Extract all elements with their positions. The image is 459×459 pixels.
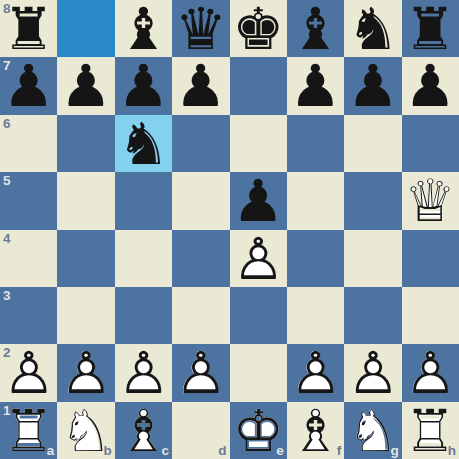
white-pawn-outline-glyph: ♙ <box>232 230 284 287</box>
square-b7[interactable]: ♟ <box>57 57 114 114</box>
square-d8[interactable]: ♛ <box>172 0 229 57</box>
square-f2[interactable]: ♟♙ <box>287 344 344 401</box>
white-pawn-outline-glyph: ♙ <box>60 344 112 401</box>
square-f8[interactable]: ♝ <box>287 0 344 57</box>
black-pawn-fill-glyph: ♟ <box>347 57 399 114</box>
piece-white-pawn[interactable]: ♟♙ <box>57 344 114 401</box>
black-bishop-fill-glyph: ♝ <box>290 0 342 57</box>
white-pawn-outline-glyph: ♙ <box>290 344 342 401</box>
square-e2[interactable] <box>230 344 287 401</box>
square-f1[interactable]: f♝♗ <box>287 402 344 459</box>
piece-black-rook[interactable]: ♜ <box>402 0 459 57</box>
chess-board: 8♜♝♛♚♝♞♜7♟♟♟♟♟♟♟6♞5♟♛♕4♟♙32♟♙♟♙♟♙♟♙♟♙♟♙♟… <box>0 0 459 459</box>
white-pawn-outline-glyph: ♙ <box>175 344 227 401</box>
square-f4[interactable] <box>287 230 344 287</box>
piece-white-knight[interactable]: ♞♘ <box>344 402 401 459</box>
rank-label-4: 4 <box>3 232 11 246</box>
piece-white-pawn[interactable]: ♟♙ <box>172 344 229 401</box>
square-d4[interactable] <box>172 230 229 287</box>
square-h6[interactable] <box>402 115 459 172</box>
square-g8[interactable]: ♞ <box>344 0 401 57</box>
white-pawn-outline-glyph: ♙ <box>117 344 169 401</box>
square-b5[interactable] <box>57 172 114 229</box>
square-e4[interactable]: ♟♙ <box>230 230 287 287</box>
black-queen-fill-glyph: ♛ <box>175 0 227 57</box>
piece-white-pawn[interactable]: ♟♙ <box>344 344 401 401</box>
file-label-d: d <box>218 444 226 458</box>
square-g6[interactable] <box>344 115 401 172</box>
square-a4[interactable]: 4 <box>0 230 57 287</box>
piece-white-king[interactable]: ♚♔ <box>230 402 287 459</box>
piece-black-knight[interactable]: ♞ <box>115 115 172 172</box>
piece-black-pawn[interactable]: ♟ <box>344 57 401 114</box>
piece-black-rook[interactable]: ♜ <box>0 0 57 57</box>
square-f5[interactable] <box>287 172 344 229</box>
square-h3[interactable] <box>402 287 459 344</box>
square-g7[interactable]: ♟ <box>344 57 401 114</box>
square-b1[interactable]: b♞♘ <box>57 402 114 459</box>
square-c2[interactable]: ♟♙ <box>115 344 172 401</box>
piece-black-pawn[interactable]: ♟ <box>402 57 459 114</box>
square-d3[interactable] <box>172 287 229 344</box>
square-a1[interactable]: 1a♜♖ <box>0 402 57 459</box>
piece-black-bishop[interactable]: ♝ <box>287 0 344 57</box>
white-bishop-outline-glyph: ♗ <box>117 402 169 459</box>
white-king-outline-glyph: ♔ <box>232 402 284 459</box>
black-rook-fill-glyph: ♜ <box>3 0 55 57</box>
square-b2[interactable]: ♟♙ <box>57 344 114 401</box>
white-rook-outline-glyph: ♖ <box>3 402 55 459</box>
square-e5[interactable]: ♟ <box>230 172 287 229</box>
square-g3[interactable] <box>344 287 401 344</box>
piece-black-bishop[interactable]: ♝ <box>115 0 172 57</box>
piece-white-pawn[interactable]: ♟♙ <box>230 230 287 287</box>
black-pawn-fill-glyph: ♟ <box>117 57 169 114</box>
square-d1[interactable]: d <box>172 402 229 459</box>
square-f6[interactable] <box>287 115 344 172</box>
square-b6[interactable] <box>57 115 114 172</box>
square-h5[interactable]: ♛♕ <box>402 172 459 229</box>
piece-black-queen[interactable]: ♛ <box>172 0 229 57</box>
white-knight-outline-glyph: ♘ <box>347 402 399 459</box>
rank-label-6: 6 <box>3 117 11 131</box>
square-g2[interactable]: ♟♙ <box>344 344 401 401</box>
piece-white-pawn[interactable]: ♟♙ <box>0 344 57 401</box>
white-pawn-outline-glyph: ♙ <box>347 344 399 401</box>
black-pawn-fill-glyph: ♟ <box>3 57 55 114</box>
black-pawn-fill-glyph: ♟ <box>60 57 112 114</box>
white-queen-outline-glyph: ♕ <box>404 172 456 229</box>
square-h7[interactable]: ♟ <box>402 57 459 114</box>
square-g1[interactable]: g♞♘ <box>344 402 401 459</box>
square-d5[interactable] <box>172 172 229 229</box>
square-a7[interactable]: 7♟ <box>0 57 57 114</box>
white-rook-outline-glyph: ♖ <box>404 402 456 459</box>
white-knight-outline-glyph: ♘ <box>60 402 112 459</box>
square-f3[interactable] <box>287 287 344 344</box>
rank-label-3: 3 <box>3 289 11 303</box>
piece-black-pawn[interactable]: ♟ <box>230 172 287 229</box>
piece-black-pawn[interactable]: ♟ <box>57 57 114 114</box>
square-a6[interactable]: 6 <box>0 115 57 172</box>
square-c6[interactable]: ♞ <box>115 115 172 172</box>
square-h4[interactable] <box>402 230 459 287</box>
piece-white-knight[interactable]: ♞♘ <box>57 402 114 459</box>
white-pawn-outline-glyph: ♙ <box>3 344 55 401</box>
square-c5[interactable] <box>115 172 172 229</box>
square-b4[interactable] <box>57 230 114 287</box>
piece-white-rook[interactable]: ♜♖ <box>402 402 459 459</box>
square-a2[interactable]: 2♟♙ <box>0 344 57 401</box>
square-b8[interactable] <box>57 0 114 57</box>
black-pawn-fill-glyph: ♟ <box>404 57 456 114</box>
piece-white-queen[interactable]: ♛♕ <box>402 172 459 229</box>
square-h2[interactable]: ♟♙ <box>402 344 459 401</box>
square-c7[interactable]: ♟ <box>115 57 172 114</box>
square-e6[interactable] <box>230 115 287 172</box>
piece-black-pawn[interactable]: ♟ <box>115 57 172 114</box>
white-bishop-outline-glyph: ♗ <box>290 402 342 459</box>
piece-black-pawn[interactable]: ♟ <box>172 57 229 114</box>
square-d6[interactable] <box>172 115 229 172</box>
piece-white-bishop[interactable]: ♝♗ <box>287 402 344 459</box>
square-a3[interactable]: 3 <box>0 287 57 344</box>
square-e3[interactable] <box>230 287 287 344</box>
piece-white-pawn[interactable]: ♟♙ <box>402 344 459 401</box>
black-knight-fill-glyph: ♞ <box>347 0 399 57</box>
black-pawn-fill-glyph: ♟ <box>175 57 227 114</box>
square-h1[interactable]: h♜♖ <box>402 402 459 459</box>
piece-black-pawn[interactable]: ♟ <box>0 57 57 114</box>
square-g4[interactable] <box>344 230 401 287</box>
square-d2[interactable]: ♟♙ <box>172 344 229 401</box>
piece-white-pawn[interactable]: ♟♙ <box>287 344 344 401</box>
rank-label-5: 5 <box>3 174 11 188</box>
square-e1[interactable]: e♚♔ <box>230 402 287 459</box>
square-c8[interactable]: ♝ <box>115 0 172 57</box>
black-pawn-fill-glyph: ♟ <box>290 57 342 114</box>
piece-black-pawn[interactable]: ♟ <box>287 57 344 114</box>
piece-white-bishop[interactable]: ♝♗ <box>115 402 172 459</box>
piece-black-knight[interactable]: ♞ <box>344 0 401 57</box>
square-a5[interactable]: 5 <box>0 172 57 229</box>
square-b3[interactable] <box>57 287 114 344</box>
square-a8[interactable]: 8♜ <box>0 0 57 57</box>
black-bishop-fill-glyph: ♝ <box>117 0 169 57</box>
square-h8[interactable]: ♜ <box>402 0 459 57</box>
square-f7[interactable]: ♟ <box>287 57 344 114</box>
piece-black-king[interactable]: ♚ <box>230 0 287 57</box>
black-pawn-fill-glyph: ♟ <box>232 172 284 229</box>
piece-white-pawn[interactable]: ♟♙ <box>115 344 172 401</box>
square-e7[interactable] <box>230 57 287 114</box>
black-rook-fill-glyph: ♜ <box>404 0 456 57</box>
square-c1[interactable]: c♝♗ <box>115 402 172 459</box>
square-d7[interactable]: ♟ <box>172 57 229 114</box>
square-e8[interactable]: ♚ <box>230 0 287 57</box>
white-pawn-outline-glyph: ♙ <box>404 344 456 401</box>
square-c4[interactable] <box>115 230 172 287</box>
black-knight-fill-glyph: ♞ <box>117 115 169 172</box>
square-g5[interactable] <box>344 172 401 229</box>
black-king-fill-glyph: ♚ <box>232 0 284 57</box>
square-c3[interactable] <box>115 287 172 344</box>
piece-white-rook[interactable]: ♜♖ <box>0 402 57 459</box>
